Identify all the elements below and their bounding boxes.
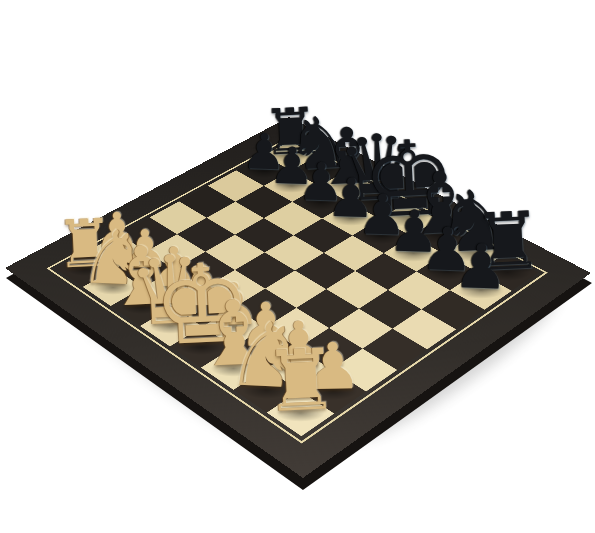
chess-piece-white-rook[interactable]: ♜: [261, 338, 340, 425]
chess-piece-black-pawn[interactable]: ♟: [452, 236, 509, 299]
chess-set-photo: ♜♟♞♟♝♟♛♟♚♟♝♟♟♞♜♟♟♜♞♟♟♝♟♛♟♚♟♝♟♞♟♜: [0, 0, 595, 533]
pieces-layer: ♜♟♞♟♝♟♛♟♚♟♝♟♟♞♜♟♟♜♞♟♟♝♟♛♟♚♟♝♟♞♟♜: [0, 0, 595, 533]
